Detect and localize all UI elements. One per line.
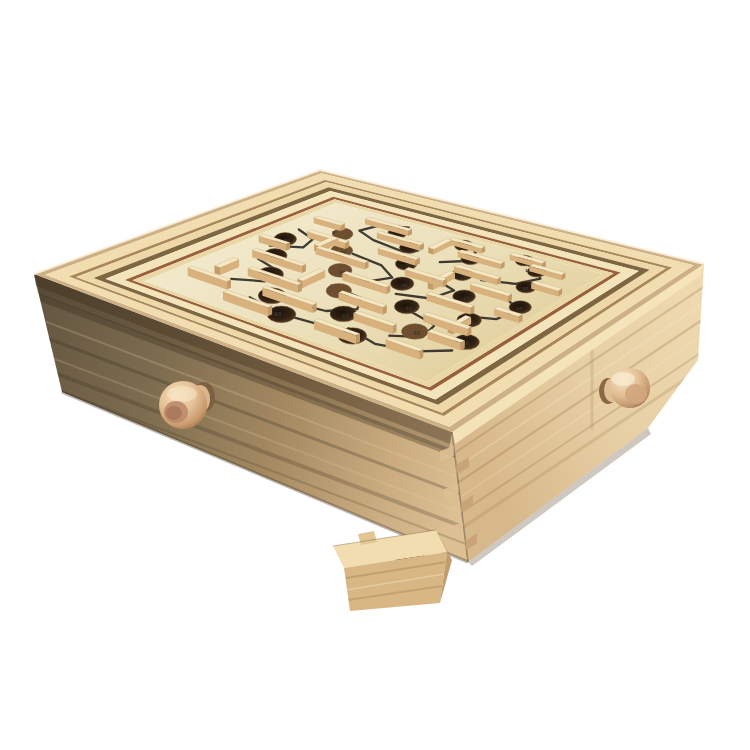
station-number: 8 xyxy=(332,230,335,235)
station-number: 39 xyxy=(516,306,522,311)
product-photo-labyrinth-game: 5812151820222528303234363739404142454852… xyxy=(0,0,750,750)
left-knob-highlight xyxy=(167,386,197,402)
right-knob-face xyxy=(625,384,647,404)
left-knob-face-shade xyxy=(166,406,182,420)
station-number: 52 xyxy=(342,313,349,319)
labyrinth-box-scene: 5812151820222528303234363739404142454852… xyxy=(0,0,750,750)
station-number: 36 xyxy=(401,283,407,288)
station-number: 30 xyxy=(522,286,528,291)
station-number: 37 xyxy=(463,296,469,301)
station-number: 42 xyxy=(405,306,412,311)
right-knob-highlight xyxy=(611,372,635,386)
station-number: 55 xyxy=(413,330,420,336)
station-number: 60 xyxy=(274,311,282,317)
